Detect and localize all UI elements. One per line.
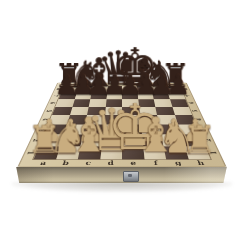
board-shadow — [12, 182, 232, 192]
file-label-h: h — [188, 159, 214, 167]
file-label-f: f — [144, 159, 168, 167]
board-grid: ♜♞♝♛♚♝♞♜♟♟♟♟♟♟♟♟♟♟♟♟♟♟♟♟♜♞♝♛♚♝♞♜ — [34, 86, 211, 159]
clasp-latch-icon — [123, 171, 139, 182]
file-labels: abcdefgh — [30, 159, 214, 167]
file-label-c: c — [76, 159, 100, 167]
file-label-d: d — [99, 159, 122, 167]
square-h1[interactable]: ♜ — [184, 146, 210, 159]
piece-wR-h1[interactable]: ♜ — [173, 121, 225, 159]
chess-set-photo: ♜♞♝♛♚♝♞♜♟♟♟♟♟♟♟♟♟♟♟♟♟♟♟♟♜♞♝♛♚♝♞♜ abcdefg… — [0, 0, 240, 240]
file-label-b: b — [53, 159, 78, 167]
square-h7[interactable]: ♟ — [167, 92, 185, 99]
board-front-edge — [15, 167, 228, 183]
file-label-e: e — [122, 159, 145, 167]
chess-board: ♜♞♝♛♚♝♞♜♟♟♟♟♟♟♟♟♟♟♟♟♟♟♟♟♜♞♝♛♚♝♞♜ abcdefg… — [17, 83, 227, 168]
piece-bP-h7[interactable]: ♟ — [159, 71, 197, 99]
file-label-a: a — [30, 159, 56, 167]
file-label-g: g — [166, 159, 191, 167]
